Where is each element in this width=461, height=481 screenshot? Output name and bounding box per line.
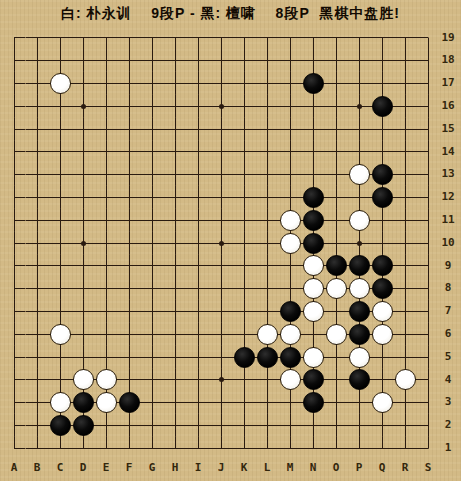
board-intersection[interactable] bbox=[26, 437, 49, 460]
board-intersection[interactable] bbox=[26, 300, 49, 323]
board-intersection[interactable] bbox=[256, 186, 279, 209]
board-intersection[interactable] bbox=[371, 323, 394, 346]
board-intersection[interactable] bbox=[187, 72, 210, 95]
board-intersection[interactable] bbox=[302, 277, 325, 300]
board-intersection[interactable] bbox=[302, 369, 325, 392]
board-intersection[interactable] bbox=[164, 323, 187, 346]
board-intersection[interactable] bbox=[210, 277, 233, 300]
board-intersection[interactable] bbox=[325, 141, 348, 164]
board-intersection[interactable] bbox=[325, 323, 348, 346]
board-intersection[interactable] bbox=[118, 49, 141, 72]
board-intersection[interactable] bbox=[325, 437, 348, 460]
board-intersection[interactable] bbox=[210, 118, 233, 141]
board-intersection[interactable] bbox=[279, 118, 302, 141]
board-intersection[interactable] bbox=[95, 437, 118, 460]
board-intersection[interactable] bbox=[371, 118, 394, 141]
board-intersection[interactable] bbox=[302, 414, 325, 437]
board-intersection[interactable] bbox=[118, 27, 141, 50]
board-intersection[interactable] bbox=[141, 72, 164, 95]
board-intersection[interactable] bbox=[279, 232, 302, 255]
board-intersection[interactable] bbox=[3, 209, 26, 232]
board-intersection[interactable] bbox=[348, 277, 371, 300]
board-intersection[interactable] bbox=[348, 49, 371, 72]
board-intersection[interactable] bbox=[233, 209, 256, 232]
board-intersection[interactable] bbox=[141, 141, 164, 164]
board-intersection[interactable] bbox=[233, 437, 256, 460]
board-intersection[interactable] bbox=[72, 414, 95, 437]
board-intersection[interactable] bbox=[3, 118, 26, 141]
board-intersection[interactable] bbox=[348, 391, 371, 414]
board-intersection[interactable] bbox=[394, 141, 417, 164]
board-intersection[interactable] bbox=[118, 232, 141, 255]
board-intersection[interactable] bbox=[141, 232, 164, 255]
board-intersection[interactable] bbox=[325, 72, 348, 95]
board-intersection[interactable] bbox=[164, 27, 187, 50]
board-intersection[interactable] bbox=[187, 232, 210, 255]
board-intersection[interactable] bbox=[95, 118, 118, 141]
board-intersection[interactable] bbox=[72, 95, 95, 118]
board-intersection[interactable] bbox=[371, 346, 394, 369]
board-intersection[interactable] bbox=[256, 414, 279, 437]
board-intersection[interactable] bbox=[95, 186, 118, 209]
board-intersection[interactable] bbox=[233, 323, 256, 346]
board-intersection[interactable] bbox=[233, 49, 256, 72]
board-intersection[interactable] bbox=[118, 72, 141, 95]
board-intersection[interactable] bbox=[233, 414, 256, 437]
board-intersection[interactable] bbox=[279, 163, 302, 186]
board-intersection[interactable] bbox=[256, 163, 279, 186]
board-intersection[interactable] bbox=[325, 414, 348, 437]
board-intersection[interactable] bbox=[49, 277, 72, 300]
board-intersection[interactable] bbox=[95, 323, 118, 346]
board-intersection[interactable] bbox=[210, 27, 233, 50]
board-intersection[interactable] bbox=[325, 49, 348, 72]
board-intersection[interactable] bbox=[26, 232, 49, 255]
board-intersection[interactable] bbox=[348, 186, 371, 209]
board-intersection[interactable] bbox=[141, 414, 164, 437]
board-intersection[interactable] bbox=[26, 391, 49, 414]
board-intersection[interactable] bbox=[3, 95, 26, 118]
board-intersection[interactable] bbox=[164, 118, 187, 141]
board-intersection[interactable] bbox=[49, 255, 72, 278]
board-intersection[interactable] bbox=[325, 27, 348, 50]
board-intersection[interactable] bbox=[164, 437, 187, 460]
board-intersection[interactable] bbox=[394, 369, 417, 392]
board-intersection[interactable] bbox=[233, 255, 256, 278]
board-intersection[interactable] bbox=[26, 141, 49, 164]
board-intersection[interactable] bbox=[256, 391, 279, 414]
board-intersection[interactable] bbox=[26, 255, 49, 278]
board-intersection[interactable] bbox=[348, 255, 371, 278]
board-intersection[interactable] bbox=[141, 163, 164, 186]
board-intersection[interactable] bbox=[95, 72, 118, 95]
board-intersection[interactable] bbox=[49, 346, 72, 369]
board-intersection[interactable] bbox=[394, 437, 417, 460]
board-intersection[interactable] bbox=[371, 437, 394, 460]
board-intersection[interactable] bbox=[95, 95, 118, 118]
board-intersection[interactable] bbox=[233, 72, 256, 95]
board-intersection[interactable] bbox=[302, 95, 325, 118]
board-intersection[interactable] bbox=[118, 163, 141, 186]
board-intersection[interactable] bbox=[302, 27, 325, 50]
board-intersection[interactable] bbox=[26, 323, 49, 346]
board-intersection[interactable] bbox=[49, 232, 72, 255]
board-intersection[interactable] bbox=[3, 414, 26, 437]
board-intersection[interactable] bbox=[72, 49, 95, 72]
board-intersection[interactable] bbox=[95, 163, 118, 186]
board-intersection[interactable] bbox=[187, 391, 210, 414]
board-intersection[interactable] bbox=[141, 118, 164, 141]
board-intersection[interactable] bbox=[233, 232, 256, 255]
board-intersection[interactable] bbox=[3, 49, 26, 72]
board-intersection[interactable] bbox=[348, 437, 371, 460]
board-intersection[interactable] bbox=[302, 346, 325, 369]
board-intersection[interactable] bbox=[210, 163, 233, 186]
board-intersection[interactable] bbox=[141, 27, 164, 50]
board-intersection[interactable] bbox=[371, 391, 394, 414]
board-intersection[interactable] bbox=[26, 209, 49, 232]
board-intersection[interactable] bbox=[49, 300, 72, 323]
board-intersection[interactable] bbox=[371, 414, 394, 437]
board-intersection[interactable] bbox=[348, 323, 371, 346]
board-intersection[interactable] bbox=[72, 300, 95, 323]
board-intersection[interactable] bbox=[210, 300, 233, 323]
board-intersection[interactable] bbox=[164, 49, 187, 72]
board-intersection[interactable] bbox=[371, 369, 394, 392]
board-intersection[interactable] bbox=[72, 72, 95, 95]
board-intersection[interactable] bbox=[95, 27, 118, 50]
board-intersection[interactable] bbox=[187, 369, 210, 392]
board-intersection[interactable] bbox=[72, 232, 95, 255]
board-intersection[interactable] bbox=[141, 49, 164, 72]
board-intersection[interactable] bbox=[371, 95, 394, 118]
board-intersection[interactable] bbox=[141, 277, 164, 300]
board-intersection[interactable] bbox=[279, 300, 302, 323]
board-intersection[interactable] bbox=[187, 346, 210, 369]
board-intersection[interactable] bbox=[164, 391, 187, 414]
board-intersection[interactable] bbox=[187, 141, 210, 164]
board-intersection[interactable] bbox=[302, 72, 325, 95]
board-intersection[interactable] bbox=[49, 209, 72, 232]
board-intersection[interactable] bbox=[72, 437, 95, 460]
board-intersection[interactable] bbox=[49, 323, 72, 346]
board-intersection[interactable] bbox=[72, 369, 95, 392]
board-intersection[interactable] bbox=[371, 186, 394, 209]
board-intersection[interactable] bbox=[187, 186, 210, 209]
board-intersection[interactable] bbox=[164, 95, 187, 118]
board-intersection[interactable] bbox=[95, 300, 118, 323]
board-intersection[interactable] bbox=[95, 141, 118, 164]
board-intersection[interactable] bbox=[394, 300, 417, 323]
board-intersection[interactable] bbox=[279, 346, 302, 369]
board-intersection[interactable] bbox=[49, 72, 72, 95]
board-intersection[interactable] bbox=[3, 437, 26, 460]
board-intersection[interactable] bbox=[394, 95, 417, 118]
board-intersection[interactable] bbox=[210, 437, 233, 460]
board-intersection[interactable] bbox=[233, 163, 256, 186]
board-intersection[interactable] bbox=[325, 163, 348, 186]
board-intersection[interactable] bbox=[256, 232, 279, 255]
board-intersection[interactable] bbox=[118, 414, 141, 437]
board-intersection[interactable] bbox=[187, 414, 210, 437]
board-intersection[interactable] bbox=[26, 27, 49, 50]
board-intersection[interactable] bbox=[302, 232, 325, 255]
board-intersection[interactable] bbox=[371, 232, 394, 255]
board-intersection[interactable] bbox=[325, 391, 348, 414]
board-intersection[interactable] bbox=[256, 209, 279, 232]
board-intersection[interactable] bbox=[394, 346, 417, 369]
board-intersection[interactable] bbox=[394, 277, 417, 300]
board-intersection[interactable] bbox=[348, 346, 371, 369]
board-intersection[interactable] bbox=[72, 346, 95, 369]
board-intersection[interactable] bbox=[95, 255, 118, 278]
board-intersection[interactable] bbox=[348, 141, 371, 164]
board-intersection[interactable] bbox=[256, 300, 279, 323]
board-intersection[interactable] bbox=[256, 346, 279, 369]
board-intersection[interactable] bbox=[302, 323, 325, 346]
board-intersection[interactable] bbox=[210, 369, 233, 392]
board-intersection[interactable] bbox=[72, 209, 95, 232]
board-intersection[interactable] bbox=[302, 437, 325, 460]
board-intersection[interactable] bbox=[233, 141, 256, 164]
board-intersection[interactable] bbox=[348, 118, 371, 141]
board-intersection[interactable] bbox=[302, 255, 325, 278]
board-intersection[interactable] bbox=[302, 209, 325, 232]
board-intersection[interactable] bbox=[325, 95, 348, 118]
board-intersection[interactable] bbox=[72, 141, 95, 164]
board-intersection[interactable] bbox=[348, 72, 371, 95]
board-intersection[interactable] bbox=[26, 186, 49, 209]
board-intersection[interactable] bbox=[348, 27, 371, 50]
board-intersection[interactable] bbox=[95, 277, 118, 300]
board-intersection[interactable] bbox=[325, 369, 348, 392]
board-intersection[interactable] bbox=[394, 72, 417, 95]
board-intersection[interactable] bbox=[394, 163, 417, 186]
board-intersection[interactable] bbox=[95, 391, 118, 414]
board-intersection[interactable] bbox=[187, 118, 210, 141]
board-intersection[interactable] bbox=[210, 186, 233, 209]
board-intersection[interactable] bbox=[394, 118, 417, 141]
board-intersection[interactable] bbox=[302, 49, 325, 72]
board-intersection[interactable] bbox=[325, 277, 348, 300]
board-intersection[interactable] bbox=[394, 414, 417, 437]
board-intersection[interactable] bbox=[26, 72, 49, 95]
board-intersection[interactable] bbox=[141, 186, 164, 209]
board-intersection[interactable] bbox=[210, 72, 233, 95]
board-intersection[interactable] bbox=[118, 323, 141, 346]
board-intersection[interactable] bbox=[3, 255, 26, 278]
board-intersection[interactable] bbox=[256, 95, 279, 118]
board-intersection[interactable] bbox=[256, 369, 279, 392]
board-intersection[interactable] bbox=[279, 391, 302, 414]
board-intersection[interactable] bbox=[187, 163, 210, 186]
board-intersection[interactable] bbox=[302, 186, 325, 209]
board-intersection[interactable] bbox=[49, 163, 72, 186]
board-intersection[interactable] bbox=[187, 27, 210, 50]
board-intersection[interactable] bbox=[256, 118, 279, 141]
board-intersection[interactable] bbox=[210, 209, 233, 232]
board-intersection[interactable] bbox=[118, 95, 141, 118]
board-intersection[interactable] bbox=[49, 118, 72, 141]
board-intersection[interactable] bbox=[210, 255, 233, 278]
board-intersection[interactable] bbox=[302, 163, 325, 186]
board-intersection[interactable] bbox=[348, 95, 371, 118]
board-intersection[interactable] bbox=[302, 141, 325, 164]
board-intersection[interactable] bbox=[302, 300, 325, 323]
board-intersection[interactable] bbox=[210, 346, 233, 369]
board-intersection[interactable] bbox=[95, 346, 118, 369]
board-intersection[interactable] bbox=[279, 72, 302, 95]
board-intersection[interactable] bbox=[164, 186, 187, 209]
board-intersection[interactable] bbox=[279, 27, 302, 50]
board-intersection[interactable] bbox=[348, 414, 371, 437]
board-intersection[interactable] bbox=[141, 391, 164, 414]
board-intersection[interactable] bbox=[141, 255, 164, 278]
board-intersection[interactable] bbox=[187, 95, 210, 118]
board-intersection[interactable] bbox=[279, 437, 302, 460]
board-intersection[interactable] bbox=[210, 232, 233, 255]
board-intersection[interactable] bbox=[118, 255, 141, 278]
board-intersection[interactable] bbox=[3, 323, 26, 346]
board-intersection[interactable] bbox=[118, 141, 141, 164]
board-intersection[interactable] bbox=[279, 277, 302, 300]
board-intersection[interactable] bbox=[325, 118, 348, 141]
board-intersection[interactable] bbox=[164, 141, 187, 164]
board-intersection[interactable] bbox=[256, 141, 279, 164]
board-intersection[interactable] bbox=[72, 27, 95, 50]
board-intersection[interactable] bbox=[118, 118, 141, 141]
board-intersection[interactable] bbox=[3, 141, 26, 164]
board-intersection[interactable] bbox=[233, 95, 256, 118]
board-intersection[interactable] bbox=[394, 255, 417, 278]
board-intersection[interactable] bbox=[26, 49, 49, 72]
board-intersection[interactable] bbox=[141, 346, 164, 369]
board-intersection[interactable] bbox=[26, 369, 49, 392]
board-intersection[interactable] bbox=[256, 323, 279, 346]
board-intersection[interactable] bbox=[348, 300, 371, 323]
board-intersection[interactable] bbox=[72, 186, 95, 209]
board-intersection[interactable] bbox=[3, 277, 26, 300]
board-intersection[interactable] bbox=[187, 277, 210, 300]
board-intersection[interactable] bbox=[394, 27, 417, 50]
board-intersection[interactable] bbox=[256, 72, 279, 95]
board-intersection[interactable] bbox=[141, 95, 164, 118]
board-intersection[interactable] bbox=[394, 232, 417, 255]
board-intersection[interactable] bbox=[26, 163, 49, 186]
board-intersection[interactable] bbox=[164, 369, 187, 392]
board-intersection[interactable] bbox=[325, 255, 348, 278]
board-intersection[interactable] bbox=[233, 27, 256, 50]
board-intersection[interactable] bbox=[210, 95, 233, 118]
board-intersection[interactable] bbox=[302, 391, 325, 414]
board-intersection[interactable] bbox=[141, 300, 164, 323]
board-intersection[interactable] bbox=[26, 414, 49, 437]
board-intersection[interactable] bbox=[210, 414, 233, 437]
board-intersection[interactable] bbox=[371, 300, 394, 323]
board-intersection[interactable] bbox=[164, 72, 187, 95]
board-intersection[interactable] bbox=[187, 300, 210, 323]
board-intersection[interactable] bbox=[118, 277, 141, 300]
board-intersection[interactable] bbox=[3, 369, 26, 392]
board-intersection[interactable] bbox=[164, 255, 187, 278]
board-intersection[interactable] bbox=[256, 437, 279, 460]
board-intersection[interactable] bbox=[279, 255, 302, 278]
board-intersection[interactable] bbox=[348, 369, 371, 392]
board-intersection[interactable] bbox=[325, 346, 348, 369]
board-intersection[interactable] bbox=[26, 118, 49, 141]
board-intersection[interactable] bbox=[3, 232, 26, 255]
board-intersection[interactable] bbox=[118, 346, 141, 369]
board-intersection[interactable] bbox=[95, 414, 118, 437]
board-intersection[interactable] bbox=[49, 27, 72, 50]
board-intersection[interactable] bbox=[72, 255, 95, 278]
board-intersection[interactable] bbox=[118, 209, 141, 232]
board-intersection[interactable] bbox=[371, 72, 394, 95]
board-intersection[interactable] bbox=[371, 277, 394, 300]
board-intersection[interactable] bbox=[49, 141, 72, 164]
board-intersection[interactable] bbox=[3, 186, 26, 209]
board-intersection[interactable] bbox=[371, 49, 394, 72]
board-intersection[interactable] bbox=[164, 300, 187, 323]
board-intersection[interactable] bbox=[348, 209, 371, 232]
board-intersection[interactable] bbox=[164, 163, 187, 186]
board-intersection[interactable] bbox=[141, 209, 164, 232]
board-intersection[interactable] bbox=[233, 277, 256, 300]
board-intersection[interactable] bbox=[187, 255, 210, 278]
board-intersection[interactable] bbox=[279, 186, 302, 209]
board-intersection[interactable] bbox=[394, 323, 417, 346]
board-intersection[interactable] bbox=[164, 346, 187, 369]
board-intersection[interactable] bbox=[233, 391, 256, 414]
board-intersection[interactable] bbox=[141, 437, 164, 460]
board-intersection[interactable] bbox=[95, 209, 118, 232]
board-intersection[interactable] bbox=[95, 232, 118, 255]
board-intersection[interactable] bbox=[371, 27, 394, 50]
board-intersection[interactable] bbox=[210, 141, 233, 164]
board-intersection[interactable] bbox=[279, 414, 302, 437]
board-intersection[interactable] bbox=[72, 391, 95, 414]
board-intersection[interactable] bbox=[279, 49, 302, 72]
board-intersection[interactable] bbox=[141, 369, 164, 392]
board-intersection[interactable] bbox=[187, 49, 210, 72]
board-intersection[interactable] bbox=[279, 369, 302, 392]
board-intersection[interactable] bbox=[26, 95, 49, 118]
board-intersection[interactable] bbox=[118, 437, 141, 460]
board-intersection[interactable] bbox=[26, 346, 49, 369]
board-intersection[interactable] bbox=[210, 323, 233, 346]
board-intersection[interactable] bbox=[210, 49, 233, 72]
board-intersection[interactable] bbox=[72, 277, 95, 300]
board-intersection[interactable] bbox=[95, 49, 118, 72]
board-intersection[interactable] bbox=[394, 49, 417, 72]
board-intersection[interactable] bbox=[49, 186, 72, 209]
board-intersection[interactable] bbox=[325, 209, 348, 232]
board-intersection[interactable] bbox=[72, 163, 95, 186]
board-intersection[interactable] bbox=[164, 232, 187, 255]
board-intersection[interactable] bbox=[325, 186, 348, 209]
board-intersection[interactable] bbox=[118, 186, 141, 209]
board-intersection[interactable] bbox=[3, 163, 26, 186]
board-intersection[interactable] bbox=[164, 277, 187, 300]
board-intersection[interactable] bbox=[233, 186, 256, 209]
board-intersection[interactable] bbox=[164, 414, 187, 437]
board-intersection[interactable] bbox=[49, 49, 72, 72]
board-intersection[interactable] bbox=[3, 346, 26, 369]
board-intersection[interactable] bbox=[394, 391, 417, 414]
board-intersection[interactable] bbox=[348, 232, 371, 255]
board-intersection[interactable] bbox=[72, 118, 95, 141]
board-intersection[interactable] bbox=[118, 391, 141, 414]
